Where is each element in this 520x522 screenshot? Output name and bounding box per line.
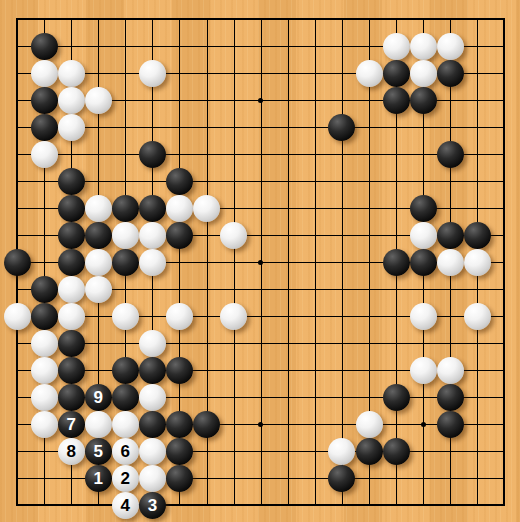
stone-white-move-8: 8 [58,438,85,465]
stone-white [85,249,112,276]
stone-white [139,60,166,87]
stone-black [139,357,166,384]
stone-white [464,249,491,276]
stone-white [31,411,58,438]
move-number-label: 8 [66,438,75,465]
stone-black [166,438,193,465]
stone-black [437,411,464,438]
stone-white [31,357,58,384]
stone-black [437,222,464,249]
stone-black [31,33,58,60]
stone-black-move-3: 3 [139,492,166,519]
stone-white [356,411,383,438]
move-number-label: 7 [66,411,75,438]
stone-white [112,303,139,330]
stone-black-move-7: 7 [58,411,85,438]
stone-black [328,114,355,141]
star-point [421,422,426,427]
move-number-label: 6 [121,438,130,465]
move-number-label: 2 [121,465,130,492]
stone-black [31,87,58,114]
stone-black [31,276,58,303]
stone-black [58,357,85,384]
grid-line-horizontal [16,343,505,344]
stone-white [410,357,437,384]
stone-black [112,249,139,276]
stone-white [166,195,193,222]
stone-white [220,222,247,249]
stone-white [437,357,464,384]
stone-white [31,384,58,411]
grid-line-horizontal [16,504,505,506]
stone-black [193,411,220,438]
stone-white [437,33,464,60]
stone-white [58,114,85,141]
stone-white [139,249,166,276]
stone-white [383,33,410,60]
stone-white [4,303,31,330]
stone-white [166,303,193,330]
stone-black [356,438,383,465]
go-kifu-diagram: 978561243 [0,0,520,522]
stone-white [58,87,85,114]
stone-black [139,195,166,222]
move-number-label: 1 [94,465,103,492]
stone-white [31,60,58,87]
stone-black [58,249,85,276]
stone-black [166,222,193,249]
stone-white [410,60,437,87]
stone-black [383,60,410,87]
stone-black-move-5: 5 [85,438,112,465]
stone-white [356,60,383,87]
stone-black [112,357,139,384]
stone-white [85,411,112,438]
stone-black [410,87,437,114]
grid-line-vertical [503,18,505,506]
stone-black [383,87,410,114]
stone-black [58,222,85,249]
stone-black [4,249,31,276]
stone-black [85,222,112,249]
stone-white-move-4: 4 [112,492,139,519]
stone-black [58,168,85,195]
stone-black [166,411,193,438]
stone-black [58,330,85,357]
stone-white [464,303,491,330]
move-number-label: 3 [148,492,157,519]
move-number-label: 4 [121,492,130,519]
stone-black [383,438,410,465]
stone-black [410,249,437,276]
star-point [258,98,263,103]
grid-line-vertical [315,18,316,506]
stone-white [410,303,437,330]
star-point [258,260,263,265]
stone-white [328,438,355,465]
stone-black [58,195,85,222]
stone-black-move-1: 1 [85,465,112,492]
stone-black [31,303,58,330]
go-board[interactable]: 978561243 [0,0,520,522]
grid-line-vertical [342,18,343,506]
stone-white [193,195,220,222]
stone-black [166,465,193,492]
stone-black [58,384,85,411]
stone-white-move-2: 2 [112,465,139,492]
stone-black [139,141,166,168]
stone-black [166,357,193,384]
stone-black-move-9: 9 [85,384,112,411]
stone-black [437,384,464,411]
stone-white-move-6: 6 [112,438,139,465]
stone-white [139,438,166,465]
stone-black [383,384,410,411]
stone-white [437,249,464,276]
stone-black [464,222,491,249]
stone-black [328,465,355,492]
stone-white [112,222,139,249]
grid-line-vertical [288,18,289,506]
stone-white [85,195,112,222]
stone-white [58,276,85,303]
stone-white [85,276,112,303]
stone-black [31,114,58,141]
stone-white [139,384,166,411]
move-number-label: 5 [94,438,103,465]
stone-white [31,141,58,168]
stone-white [410,222,437,249]
stone-white [85,87,112,114]
stone-white [220,303,247,330]
star-point [258,422,263,427]
move-number-label: 9 [94,384,103,411]
stone-black [112,384,139,411]
stone-white [112,411,139,438]
stone-black [383,249,410,276]
stone-white [139,330,166,357]
stone-white [139,222,166,249]
stone-white [410,33,437,60]
stone-black [437,60,464,87]
stone-white [58,60,85,87]
stone-white [139,465,166,492]
stone-black [166,168,193,195]
stone-black [437,141,464,168]
stone-black [410,195,437,222]
stone-black [112,195,139,222]
stone-white [31,330,58,357]
stone-black [139,411,166,438]
stone-white [58,303,85,330]
